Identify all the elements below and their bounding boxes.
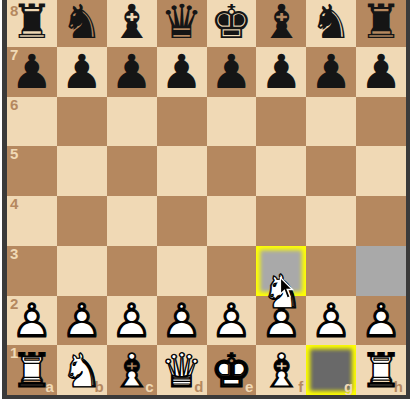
square-c8[interactable]: ♝	[107, 0, 157, 47]
black-rook[interactable]: ♜	[357, 0, 406, 46]
white-pawn[interactable]: ♟	[207, 296, 256, 345]
black-pawn[interactable]: ♟	[307, 47, 356, 96]
square-f5[interactable]	[256, 146, 306, 196]
square-h2[interactable]: ♟	[356, 296, 406, 346]
black-knight[interactable]: ♞	[307, 0, 356, 46]
square-g8[interactable]: ♞	[306, 0, 356, 47]
square-d6[interactable]	[157, 97, 207, 147]
black-knight[interactable]: ♞	[57, 0, 106, 46]
square-d1[interactable]: d♛	[157, 345, 207, 395]
white-pawn[interactable]: ♟	[107, 296, 156, 345]
square-b5[interactable]	[57, 146, 107, 196]
square-b7[interactable]: ♟	[57, 47, 107, 97]
white-bishop[interactable]: ♝	[257, 346, 306, 395]
square-h3[interactable]	[356, 246, 406, 296]
square-h4[interactable]	[356, 196, 406, 246]
square-f6[interactable]	[256, 97, 306, 147]
black-pawn[interactable]: ♟	[107, 47, 156, 96]
mouse-cursor-icon	[279, 277, 295, 300]
white-king[interactable]: ♚	[207, 346, 256, 395]
square-f7[interactable]: ♟	[256, 47, 306, 97]
square-e1[interactable]: e♚	[207, 345, 257, 395]
white-bishop[interactable]: ♝	[107, 346, 156, 395]
square-b4[interactable]	[57, 196, 107, 246]
square-f8[interactable]: ♝	[256, 0, 306, 47]
square-h5[interactable]	[356, 146, 406, 196]
square-e6[interactable]	[207, 97, 257, 147]
square-g5[interactable]	[306, 146, 356, 196]
square-a3[interactable]: 3	[7, 246, 57, 296]
square-g7[interactable]: ♟	[306, 47, 356, 97]
square-b2[interactable]: ♟	[57, 296, 107, 346]
white-knight[interactable]: ♞	[57, 346, 106, 395]
square-a6[interactable]: 6	[7, 97, 57, 147]
white-rook[interactable]: ♜	[7, 346, 56, 395]
square-g1[interactable]: g	[306, 345, 356, 395]
rank-label-6: 6	[10, 96, 18, 113]
square-c4[interactable]	[107, 196, 157, 246]
square-h6[interactable]	[356, 97, 406, 147]
black-pawn[interactable]: ♟	[207, 47, 256, 96]
black-queen[interactable]: ♛	[157, 0, 206, 46]
square-g2[interactable]: ♟	[306, 296, 356, 346]
white-queen[interactable]: ♛	[157, 346, 206, 395]
chess-board-grid: 8♜♞♝♛♚♝♞♜7♟♟♟♟♟♟♟♟65432♟♟♟♟♟♟♟♟1a♜b♞c♝d♛…	[7, 0, 406, 395]
white-pawn[interactable]: ♟	[57, 296, 106, 345]
square-c3[interactable]	[107, 246, 157, 296]
square-e3[interactable]	[207, 246, 257, 296]
square-e4[interactable]	[207, 196, 257, 246]
black-bishop[interactable]: ♝	[107, 0, 156, 46]
square-g3[interactable]	[306, 246, 356, 296]
square-e8[interactable]: ♚	[207, 0, 257, 47]
rank-label-3: 3	[10, 245, 18, 262]
rank-label-4: 4	[10, 195, 18, 212]
square-d7[interactable]: ♟	[157, 47, 207, 97]
square-a1[interactable]: 1a♜	[7, 345, 57, 395]
square-h1[interactable]: h♜	[356, 345, 406, 395]
square-f4[interactable]	[256, 196, 306, 246]
square-d5[interactable]	[157, 146, 207, 196]
square-a8[interactable]: 8♜	[7, 0, 57, 47]
square-a7[interactable]: 7♟	[7, 47, 57, 97]
square-h8[interactable]: ♜	[356, 0, 406, 47]
black-king[interactable]: ♚	[207, 0, 256, 46]
square-f1[interactable]: f♝	[256, 345, 306, 395]
white-pawn[interactable]: ♟	[7, 296, 56, 345]
black-pawn[interactable]: ♟	[57, 47, 106, 96]
square-d2[interactable]: ♟	[157, 296, 207, 346]
square-e5[interactable]	[207, 146, 257, 196]
white-rook[interactable]: ♜	[357, 346, 406, 395]
black-pawn[interactable]: ♟	[257, 47, 306, 96]
square-g6[interactable]	[306, 97, 356, 147]
chess-board: 8♜♞♝♛♚♝♞♜7♟♟♟♟♟♟♟♟65432♟♟♟♟♟♟♟♟1a♜b♞c♝d♛…	[2, 0, 410, 399]
black-pawn[interactable]: ♟	[157, 47, 206, 96]
square-g4[interactable]	[306, 196, 356, 246]
square-d4[interactable]	[157, 196, 207, 246]
square-b8[interactable]: ♞	[57, 0, 107, 47]
square-d3[interactable]	[157, 246, 207, 296]
white-pawn[interactable]: ♟	[157, 296, 206, 345]
square-c7[interactable]: ♟	[107, 47, 157, 97]
square-a4[interactable]: 4	[7, 196, 57, 246]
black-pawn[interactable]: ♟	[357, 47, 406, 96]
black-rook[interactable]: ♜	[7, 0, 56, 46]
square-a2[interactable]: 2♟	[7, 296, 57, 346]
black-pawn[interactable]: ♟	[7, 47, 56, 96]
square-c6[interactable]	[107, 97, 157, 147]
square-b1[interactable]: b♞	[57, 345, 107, 395]
square-d8[interactable]: ♛	[157, 0, 207, 47]
square-c1[interactable]: c♝	[107, 345, 157, 395]
square-e7[interactable]: ♟	[207, 47, 257, 97]
white-pawn[interactable]: ♟	[357, 296, 406, 345]
square-c2[interactable]: ♟	[107, 296, 157, 346]
rank-label-5: 5	[10, 145, 18, 162]
square-b6[interactable]	[57, 97, 107, 147]
black-bishop[interactable]: ♝	[257, 0, 306, 46]
square-e2[interactable]: ♟	[207, 296, 257, 346]
square-a5[interactable]: 5	[7, 146, 57, 196]
file-label-g: g	[344, 378, 353, 395]
square-b3[interactable]	[57, 246, 107, 296]
square-c5[interactable]	[107, 146, 157, 196]
white-pawn[interactable]: ♟	[307, 296, 356, 345]
square-h7[interactable]: ♟	[356, 47, 406, 97]
